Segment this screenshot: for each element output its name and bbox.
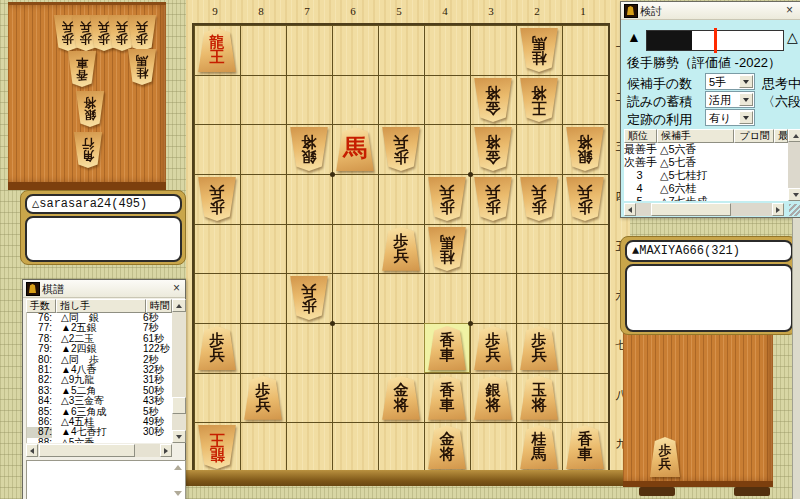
evaluation-bar	[646, 30, 784, 51]
shogi-piece-14[interactable]: 歩 兵	[565, 177, 605, 221]
kifu-cell: 30秒	[143, 427, 164, 437]
sente-player-name: ▲MAXIYA666(321)	[625, 240, 793, 262]
shogi-board-panel: 龍 王桂 馬金 将王 将銀 将馬歩 兵金 将銀 将歩 兵歩 兵歩 兵歩 兵歩 兵…	[186, 0, 630, 470]
hoshi-dot	[330, 172, 335, 177]
kifu-cell: △5六香	[52, 438, 94, 443]
hoshi-dot	[468, 321, 473, 326]
sente-mark: ▲	[627, 29, 641, 45]
file-label: 6	[330, 5, 376, 17]
shogi-piece-58[interactable]: 金 将	[381, 376, 421, 420]
evaluation-bar-marker	[714, 28, 717, 53]
candidates-count-select[interactable]: 5手	[705, 73, 755, 90]
file-label: 4	[422, 5, 468, 17]
stand-foot	[734, 487, 770, 496]
candidate-cell: 最善手	[624, 143, 655, 156]
kifu-titlebar[interactable]: 棋譜 ×	[23, 280, 185, 298]
hand-piece[interactable]: 歩 兵	[127, 15, 157, 51]
shogi-piece-37[interactable]: 歩 兵	[473, 326, 513, 370]
candidate-row[interactable]: 4△6六桂	[624, 182, 788, 195]
kifu-col-move[interactable]: 指し手	[56, 299, 146, 313]
kifu-cell: 43秒	[143, 396, 164, 406]
shogi-piece-21[interactable]: 桂 馬	[519, 28, 559, 72]
candidates-count-value: 5手	[709, 75, 726, 90]
background-window-edge	[792, 218, 800, 499]
shogi-app-window: 龍 王桂 馬金 将王 将銀 将馬歩 兵金 将銀 将歩 兵歩 兵歩 兵歩 兵歩 兵…	[0, 0, 800, 499]
candidate-cell: △5七香	[655, 156, 697, 169]
file-label: 9	[192, 5, 238, 17]
candidate-row[interactable]: 次善手△5七香	[624, 156, 788, 169]
candidate-cell: 3	[624, 169, 655, 182]
shogi-piece-76[interactable]: 歩 兵	[289, 276, 329, 320]
shogi-piece-27[interactable]: 歩 兵	[519, 326, 559, 370]
read-accumulation-select[interactable]: 活用	[705, 91, 755, 108]
scroll-down-icon[interactable]	[172, 430, 186, 443]
scroll-right-icon[interactable]	[160, 444, 172, 457]
hand-piece[interactable]: 香 車	[67, 51, 97, 87]
candidates-col-pro[interactable]: プロ間	[734, 129, 774, 143]
kifu-row[interactable]: 88:△5六香	[27, 438, 173, 443]
kifu-window: 棋譜 × 手数 指し手 時間 76:△同 銀6秒77:▲2五銀7秒78:△2二玉…	[22, 279, 186, 499]
candidates-col-move[interactable]: 候補手	[657, 129, 734, 143]
hoshi-dot	[468, 172, 473, 177]
scroll-down-icon[interactable]	[174, 491, 182, 496]
sente-message-box	[625, 264, 793, 332]
shogi-piece-29[interactable]: 桂 馬	[519, 425, 559, 469]
candidate-row[interactable]: 5△7七歩成	[624, 195, 788, 201]
app-icon	[624, 4, 638, 18]
candidates-vertical-scrollbar[interactable]	[788, 129, 800, 201]
shogi-piece-13[interactable]: 銀 将	[565, 127, 605, 171]
shogi-piece-34[interactable]: 歩 兵	[473, 177, 513, 221]
shogi-piece-99[interactable]: 龍 王	[197, 425, 237, 469]
file-label: 1	[560, 5, 606, 17]
shogi-board-grid[interactable]: 龍 王桂 馬金 将王 将銀 将馬歩 兵金 将銀 将歩 兵歩 兵歩 兵歩 兵歩 兵…	[192, 23, 610, 474]
sente-player-panel: ▲MAXIYA666(321)	[620, 236, 797, 335]
file-label: 8	[238, 5, 284, 17]
read-accumulation-value: 活用	[709, 93, 731, 108]
kifu-vertical-scrollbar[interactable]	[172, 299, 186, 443]
hand-piece[interactable]: 桂 馬	[127, 49, 157, 85]
shogi-piece-48[interactable]: 香 車	[427, 376, 467, 420]
scrollbar-thumb[interactable]	[651, 203, 731, 216]
app-icon	[26, 282, 40, 296]
candidates-horizontal-scrollbar[interactable]	[624, 203, 784, 216]
kifu-cell: 84:	[27, 396, 52, 406]
shogi-piece-63[interactable]: 馬	[335, 127, 375, 171]
file-label: 7	[284, 5, 330, 17]
kifu-window-title: 棋譜	[42, 282, 64, 297]
kifu-col-moveno[interactable]: 手数	[26, 299, 56, 313]
shogi-piece-24[interactable]: 歩 兵	[519, 177, 559, 221]
shogi-piece-73[interactable]: 銀 将	[289, 127, 329, 171]
gote-message-box	[25, 216, 182, 262]
sente-piece-stand[interactable]: 歩 兵	[623, 310, 773, 487]
file-label: 3	[468, 5, 514, 17]
engine-status-text: 思考中	[762, 75, 800, 93]
kifu-comment-box[interactable]	[26, 460, 186, 499]
shogi-piece-55[interactable]: 歩 兵	[381, 227, 421, 271]
candidate-cell: 5	[624, 195, 655, 201]
chevron-down-icon[interactable]	[739, 93, 753, 106]
gote-player-name: △sarasara24(495)	[25, 194, 182, 214]
hoshi-dot	[330, 321, 335, 326]
kifu-row[interactable]: 84:△3三金寄43秒	[27, 396, 173, 406]
chevron-down-icon[interactable]	[739, 75, 753, 88]
scroll-right-icon[interactable]	[772, 203, 784, 216]
scroll-up-icon[interactable]	[172, 299, 186, 312]
close-icon[interactable]: ×	[786, 3, 793, 17]
candidate-row[interactable]: 3△5七桂打	[624, 169, 788, 182]
shogi-piece-28[interactable]: 玉 将	[519, 376, 559, 420]
scroll-up-icon[interactable]	[174, 465, 182, 470]
scroll-left-icon[interactable]	[26, 444, 38, 457]
gote-player-panel: △sarasara24(495)	[20, 190, 186, 265]
shogi-piece-19[interactable]: 香 車	[565, 425, 605, 469]
file-label: 2	[514, 5, 560, 17]
kifu-horizontal-scrollbar[interactable]	[26, 444, 172, 457]
scrollbar-thumb[interactable]	[39, 444, 135, 457]
hand-piece[interactable]: 角 行	[73, 132, 103, 168]
close-icon[interactable]: ×	[173, 281, 180, 295]
shogi-piece-53[interactable]: 歩 兵	[381, 127, 421, 171]
hand-piece[interactable]: 歩 兵	[649, 437, 681, 477]
scroll-left-icon[interactable]	[624, 203, 636, 216]
shogi-piece-91[interactable]: 龍 王	[197, 28, 237, 72]
kifu-cell: 88:	[27, 438, 52, 443]
scroll-down-icon[interactable]	[788, 188, 800, 201]
candidate-cell: 次善手	[624, 156, 655, 169]
kifu-col-time[interactable]: 時間	[146, 299, 172, 313]
candidates-col-best[interactable]: 最	[774, 129, 788, 143]
shogi-piece-22[interactable]: 王 将	[519, 78, 559, 122]
scroll-up-icon[interactable]	[788, 129, 800, 142]
evaluation-bar-black-fill	[647, 31, 692, 50]
kifu-cell: △3三金寄	[52, 396, 104, 406]
evaluation-text: 後手勝勢（評価値 -2022）	[627, 54, 781, 72]
gote-piece-stand[interactable]: 歩 兵歩 兵歩 兵歩 兵歩 兵香 車桂 馬銀 将角 行	[8, 2, 166, 190]
joseki-use-select[interactable]: 有り	[705, 109, 755, 126]
shogi-piece-97[interactable]: 歩 兵	[197, 326, 237, 370]
analysis-window: 検討 × ▲ △ 後手勝勢（評価値 -2022） 候補手の数 5手 思考中 読み…	[620, 1, 800, 218]
engine-strength-text: 〈六段	[762, 93, 800, 111]
scrollbar-thumb[interactable]	[172, 397, 186, 414]
hand-piece[interactable]: 銀 将	[75, 91, 105, 127]
shogi-piece-47[interactable]: 香 車	[427, 326, 467, 370]
shogi-piece-49[interactable]: 金 将	[427, 425, 467, 469]
candidate-row[interactable]: 最善手△5六香	[624, 143, 788, 156]
candidate-cell: △5七桂打	[655, 169, 708, 182]
candidate-cell: △7七歩成	[655, 195, 708, 201]
kifu-move-list[interactable]: 76:△同 銀6秒77:▲2五銀7秒78:△2二玉61秒79:▲2四銀122秒8…	[26, 313, 173, 443]
stand-foot	[639, 487, 675, 496]
shogi-piece-94[interactable]: 歩 兵	[197, 177, 237, 221]
shogi-piece-45[interactable]: 桂 馬	[427, 227, 467, 271]
setting-label-joseki: 定跡の利用	[627, 111, 692, 129]
file-label: 5	[376, 5, 422, 17]
kifu-row[interactable]: 79:▲2四銀122秒	[27, 344, 173, 354]
shogi-piece-38[interactable]: 銀 将	[473, 376, 513, 420]
board-front-edge	[186, 470, 630, 486]
analysis-window-title: 検討	[640, 4, 662, 19]
candidate-list[interactable]: 最善手△5六香次善手△5七香3△5七桂打4△6六桂5△7七歩成	[624, 143, 788, 201]
candidate-cell: △6六桂	[655, 182, 697, 195]
analysis-titlebar[interactable]: 検討 ×	[621, 2, 800, 20]
shogi-piece-88[interactable]: 歩 兵	[243, 376, 283, 420]
joseki-use-value: 有り	[709, 111, 731, 126]
resize-grip[interactable]	[789, 204, 800, 216]
setting-label-candidates: 候補手の数	[627, 75, 692, 93]
candidate-cell: △5六香	[655, 143, 697, 156]
shogi-piece-32[interactable]: 金 将	[473, 78, 513, 122]
setting-label-read-accumulation: 読みの蓄積	[627, 93, 693, 111]
candidates-col-rank[interactable]: 順位	[624, 129, 657, 143]
chevron-down-icon[interactable]	[739, 111, 753, 124]
gote-mark: △	[787, 29, 798, 45]
candidate-cell: 4	[624, 182, 655, 195]
shogi-piece-33[interactable]: 金 将	[473, 127, 513, 171]
shogi-piece-44[interactable]: 歩 兵	[427, 177, 467, 221]
